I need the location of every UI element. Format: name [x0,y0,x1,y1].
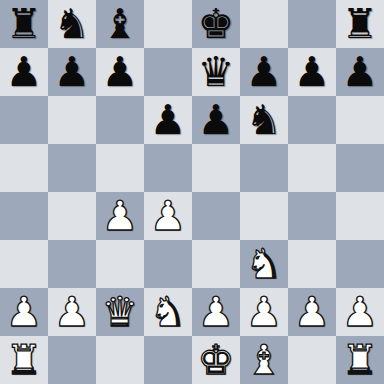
square-d1[interactable] [144,336,192,384]
white-bishop: ♝ [240,336,288,384]
square-b2[interactable]: ♟ [48,288,96,336]
white-pawn: ♟ [48,288,96,336]
square-f1[interactable]: ♝ [240,336,288,384]
black-pawn: ♟ [0,48,48,96]
square-f8[interactable] [240,0,288,48]
square-b1[interactable] [48,336,96,384]
square-a5[interactable] [0,144,48,192]
square-f4[interactable] [240,192,288,240]
square-h6[interactable] [336,96,384,144]
black-rook: ♜ [0,0,48,48]
square-c1[interactable] [96,336,144,384]
white-pawn: ♟ [192,288,240,336]
square-c2[interactable]: ♛ [96,288,144,336]
square-a1[interactable]: ♜ [0,336,48,384]
square-a4[interactable] [0,192,48,240]
square-f7[interactable]: ♟ [240,48,288,96]
square-g1[interactable] [288,336,336,384]
square-d7[interactable] [144,48,192,96]
square-e5[interactable] [192,144,240,192]
chess-board: ♜♞♝♚♜♟♟♟♛♟♟♟♟♟♞♟♟♞♟♟♛♞♟♟♟♟♜♚♝♜ [0,0,384,384]
square-h1[interactable]: ♜ [336,336,384,384]
square-h3[interactable] [336,240,384,288]
square-f5[interactable] [240,144,288,192]
square-e2[interactable]: ♟ [192,288,240,336]
square-e1[interactable]: ♚ [192,336,240,384]
square-b5[interactable] [48,144,96,192]
white-king: ♚ [192,336,240,384]
square-b4[interactable] [48,192,96,240]
black-rook: ♜ [336,0,384,48]
square-c5[interactable] [96,144,144,192]
square-h4[interactable] [336,192,384,240]
square-h5[interactable] [336,144,384,192]
square-c6[interactable] [96,96,144,144]
square-e6[interactable]: ♟ [192,96,240,144]
square-a7[interactable]: ♟ [0,48,48,96]
square-g5[interactable] [288,144,336,192]
black-pawn: ♟ [144,96,192,144]
square-g4[interactable] [288,192,336,240]
square-b7[interactable]: ♟ [48,48,96,96]
white-queen: ♛ [96,288,144,336]
square-b3[interactable] [48,240,96,288]
square-e8[interactable]: ♚ [192,0,240,48]
square-c3[interactable] [96,240,144,288]
square-e4[interactable] [192,192,240,240]
square-b8[interactable]: ♞ [48,0,96,48]
square-a6[interactable] [0,96,48,144]
black-king: ♚ [192,0,240,48]
square-g2[interactable]: ♟ [288,288,336,336]
white-pawn: ♟ [240,288,288,336]
white-rook: ♜ [336,336,384,384]
white-pawn: ♟ [96,192,144,240]
square-g6[interactable] [288,96,336,144]
black-pawn: ♟ [192,96,240,144]
square-d4[interactable]: ♟ [144,192,192,240]
square-a3[interactable] [0,240,48,288]
black-knight: ♞ [240,96,288,144]
square-g3[interactable] [288,240,336,288]
black-knight: ♞ [48,0,96,48]
square-a8[interactable]: ♜ [0,0,48,48]
square-f2[interactable]: ♟ [240,288,288,336]
white-pawn: ♟ [144,192,192,240]
black-pawn: ♟ [288,48,336,96]
square-f3[interactable]: ♞ [240,240,288,288]
square-c8[interactable]: ♝ [96,0,144,48]
square-c7[interactable]: ♟ [96,48,144,96]
square-g8[interactable] [288,0,336,48]
square-h8[interactable]: ♜ [336,0,384,48]
square-d2[interactable]: ♞ [144,288,192,336]
white-pawn: ♟ [336,288,384,336]
square-h2[interactable]: ♟ [336,288,384,336]
square-h7[interactable]: ♟ [336,48,384,96]
square-e3[interactable] [192,240,240,288]
black-pawn: ♟ [240,48,288,96]
square-f6[interactable]: ♞ [240,96,288,144]
square-d6[interactable]: ♟ [144,96,192,144]
square-c4[interactable]: ♟ [96,192,144,240]
square-a2[interactable]: ♟ [0,288,48,336]
black-queen: ♛ [192,48,240,96]
white-rook: ♜ [0,336,48,384]
square-d5[interactable] [144,144,192,192]
black-pawn: ♟ [48,48,96,96]
white-knight: ♞ [144,288,192,336]
square-d8[interactable] [144,0,192,48]
black-pawn: ♟ [96,48,144,96]
white-pawn: ♟ [288,288,336,336]
square-e7[interactable]: ♛ [192,48,240,96]
black-pawn: ♟ [336,48,384,96]
square-g7[interactable]: ♟ [288,48,336,96]
square-b6[interactable] [48,96,96,144]
white-knight: ♞ [240,240,288,288]
white-pawn: ♟ [0,288,48,336]
black-bishop: ♝ [96,0,144,48]
square-d3[interactable] [144,240,192,288]
